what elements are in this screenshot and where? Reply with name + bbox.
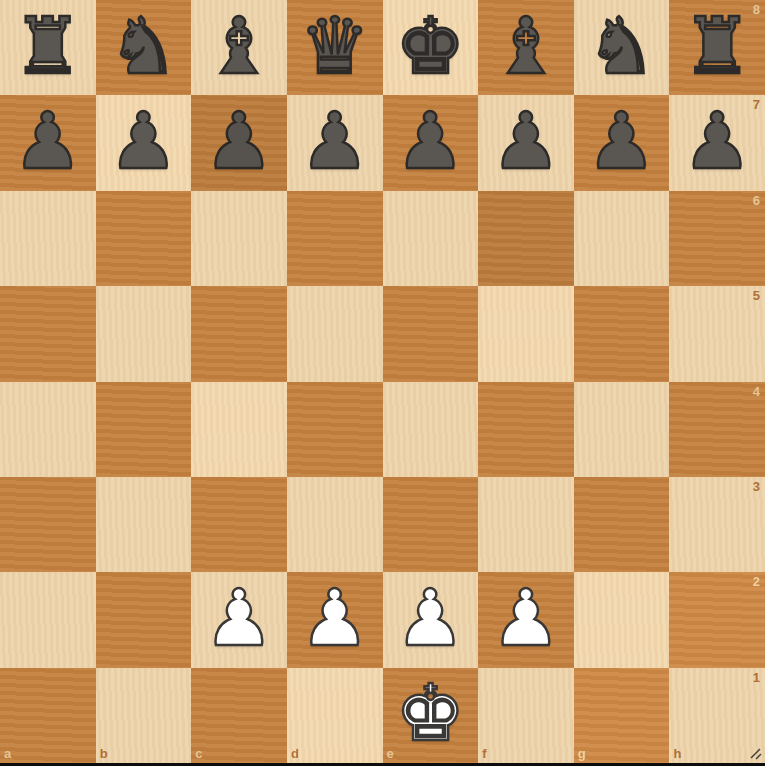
piece-black-pawn-e7[interactable]: ♟ [395,102,465,180]
square-h2[interactable]: 2 [669,572,765,667]
square-e8[interactable]: ♚ [383,0,479,95]
square-a2[interactable] [0,572,96,667]
piece-black-pawn-c7[interactable]: ♟ [204,102,274,180]
square-b4[interactable] [96,382,192,477]
square-g3[interactable] [574,477,670,572]
coord-file-b: b [100,747,108,760]
square-c5[interactable] [191,286,287,381]
square-b5[interactable] [96,286,192,381]
coord-file-f: f [482,747,486,760]
piece-white-pawn-d2[interactable]: ♟ [300,579,370,657]
square-d7[interactable]: ♟ [287,95,383,190]
square-h5[interactable]: 5 [669,286,765,381]
square-a4[interactable] [0,382,96,477]
chess-board: ♜♞♝♛♚♝♞♜8♟♟♟♟♟♟♟♟76543♟♟♟♟2abcd♚efg1h [0,0,765,763]
piece-black-pawn-g7[interactable]: ♟ [587,102,657,180]
board-resize-handle-icon[interactable] [748,746,763,761]
coord-rank-2: 2 [753,575,760,588]
coord-rank-6: 6 [753,194,760,207]
piece-black-rook-a8[interactable]: ♜ [13,7,83,85]
square-e3[interactable] [383,477,479,572]
square-d5[interactable] [287,286,383,381]
coord-rank-8: 8 [753,3,760,16]
square-b7[interactable]: ♟ [96,95,192,190]
square-h6[interactable]: 6 [669,191,765,286]
square-f6[interactable] [478,191,574,286]
square-g7[interactable]: ♟ [574,95,670,190]
piece-white-pawn-e2[interactable]: ♟ [395,579,465,657]
coord-file-c: c [195,747,202,760]
square-b1[interactable]: b [96,668,192,763]
square-f4[interactable] [478,382,574,477]
square-d1[interactable]: d [287,668,383,763]
square-f3[interactable] [478,477,574,572]
square-h7[interactable]: ♟7 [669,95,765,190]
square-a7[interactable]: ♟ [0,95,96,190]
piece-black-knight-b8[interactable]: ♞ [108,7,178,85]
piece-black-pawn-d7[interactable]: ♟ [300,102,370,180]
square-b6[interactable] [96,191,192,286]
square-d6[interactable] [287,191,383,286]
square-g4[interactable] [574,382,670,477]
square-g1[interactable]: g [574,668,670,763]
coord-rank-7: 7 [753,98,760,111]
square-h8[interactable]: ♜8 [669,0,765,95]
square-c1[interactable]: c [191,668,287,763]
piece-black-pawn-b7[interactable]: ♟ [108,102,178,180]
square-c2[interactable]: ♟ [191,572,287,667]
square-f2[interactable]: ♟ [478,572,574,667]
piece-black-knight-g8[interactable]: ♞ [587,7,657,85]
piece-black-pawn-a7[interactable]: ♟ [13,102,83,180]
square-h1[interactable]: 1h [669,668,765,763]
square-f1[interactable]: f [478,668,574,763]
piece-black-bishop-c8[interactable]: ♝ [204,7,274,85]
square-d4[interactable] [287,382,383,477]
square-h4[interactable]: 4 [669,382,765,477]
square-a1[interactable]: a [0,668,96,763]
coord-rank-3: 3 [753,480,760,493]
square-a5[interactable] [0,286,96,381]
square-d8[interactable]: ♛ [287,0,383,95]
piece-black-pawn-f7[interactable]: ♟ [491,102,561,180]
square-a6[interactable] [0,191,96,286]
piece-white-king-e1[interactable]: ♚ [395,674,465,752]
square-b2[interactable] [96,572,192,667]
square-c8[interactable]: ♝ [191,0,287,95]
piece-black-pawn-h7[interactable]: ♟ [682,102,752,180]
square-b3[interactable] [96,477,192,572]
chess-app: ♜♞♝♛♚♝♞♜8♟♟♟♟♟♟♟♟76543♟♟♟♟2abcd♚efg1h [0,0,765,766]
square-g6[interactable] [574,191,670,286]
coord-rank-4: 4 [753,385,760,398]
coord-file-d: d [291,747,299,760]
coord-file-g: g [578,747,586,760]
piece-black-rook-h8[interactable]: ♜ [682,7,752,85]
coord-file-e: e [387,747,394,760]
piece-white-pawn-f2[interactable]: ♟ [491,579,561,657]
square-c6[interactable] [191,191,287,286]
piece-white-pawn-c2[interactable]: ♟ [204,579,274,657]
square-d3[interactable] [287,477,383,572]
square-f5[interactable] [478,286,574,381]
coord-file-a: a [4,747,11,760]
coord-file-h: h [673,747,681,760]
square-e7[interactable]: ♟ [383,95,479,190]
square-c7[interactable]: ♟ [191,95,287,190]
piece-black-king-e8[interactable]: ♚ [395,7,465,85]
square-a8[interactable]: ♜ [0,0,96,95]
square-b8[interactable]: ♞ [96,0,192,95]
coord-rank-1: 1 [753,671,760,684]
square-c3[interactable] [191,477,287,572]
square-g8[interactable]: ♞ [574,0,670,95]
square-e6[interactable] [383,191,479,286]
piece-black-queen-d8[interactable]: ♛ [300,7,370,85]
square-f7[interactable]: ♟ [478,95,574,190]
square-g2[interactable] [574,572,670,667]
piece-black-bishop-f8[interactable]: ♝ [491,7,561,85]
square-d2[interactable]: ♟ [287,572,383,667]
square-e4[interactable] [383,382,479,477]
square-a3[interactable] [0,477,96,572]
square-e2[interactable]: ♟ [383,572,479,667]
square-g5[interactable] [574,286,670,381]
square-e5[interactable] [383,286,479,381]
square-e1[interactable]: ♚e [383,668,479,763]
square-f8[interactable]: ♝ [478,0,574,95]
square-c4[interactable] [191,382,287,477]
coord-rank-5: 5 [753,289,760,302]
square-h3[interactable]: 3 [669,477,765,572]
